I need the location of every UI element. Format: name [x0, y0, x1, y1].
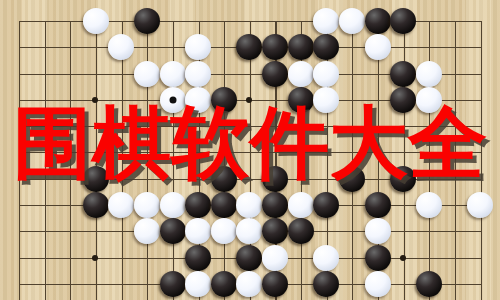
black-stone	[262, 192, 288, 218]
black-stone	[313, 192, 339, 218]
white-stone	[262, 245, 288, 271]
caption-overlay: 围棋软件大全	[0, 101, 500, 184]
white-stone	[160, 61, 186, 87]
white-stone	[313, 8, 339, 34]
white-stone	[365, 34, 391, 60]
white-stone	[134, 61, 160, 87]
white-stone	[83, 8, 109, 34]
white-stone	[288, 192, 314, 218]
black-stone	[185, 192, 211, 218]
black-stone	[160, 218, 186, 244]
white-stone	[416, 192, 442, 218]
white-stone	[313, 245, 339, 271]
white-stone	[185, 61, 211, 87]
white-stone	[339, 8, 365, 34]
black-stone	[390, 8, 416, 34]
black-stone	[160, 271, 186, 297]
white-stone	[185, 271, 211, 297]
black-stone	[313, 34, 339, 60]
black-stone	[288, 218, 314, 244]
white-stone	[467, 192, 493, 218]
black-stone	[262, 61, 288, 87]
white-stone	[108, 34, 134, 60]
white-stone	[365, 218, 391, 244]
black-stone	[211, 192, 237, 218]
white-stone	[236, 192, 262, 218]
white-stone	[185, 34, 211, 60]
black-stone	[365, 8, 391, 34]
black-stone	[83, 192, 109, 218]
black-stone	[313, 271, 339, 297]
black-stone	[365, 245, 391, 271]
white-stone	[211, 218, 237, 244]
white-stone	[185, 218, 211, 244]
black-stone	[236, 245, 262, 271]
white-stone	[134, 192, 160, 218]
black-stone	[134, 8, 160, 34]
black-stone	[390, 61, 416, 87]
black-stone	[262, 34, 288, 60]
black-stone	[365, 192, 391, 218]
black-stone	[416, 271, 442, 297]
white-stone	[236, 271, 262, 297]
white-stone	[134, 218, 160, 244]
white-stone	[288, 61, 314, 87]
black-stone	[185, 245, 211, 271]
white-stone	[313, 61, 339, 87]
go-board[interactable]: 围棋软件大全	[0, 0, 500, 300]
black-stone	[211, 271, 237, 297]
black-stone	[288, 34, 314, 60]
white-stone	[416, 61, 442, 87]
black-stone	[236, 34, 262, 60]
black-stone	[262, 218, 288, 244]
white-stone	[108, 192, 134, 218]
white-stone	[365, 271, 391, 297]
black-stone	[262, 271, 288, 297]
white-stone	[236, 218, 262, 244]
white-stone	[160, 192, 186, 218]
